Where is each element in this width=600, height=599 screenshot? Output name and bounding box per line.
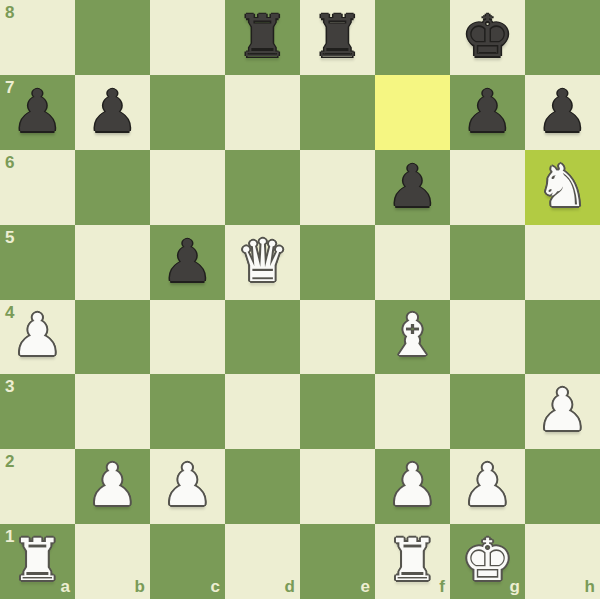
piece-black-pawn[interactable]: ♟ — [387, 157, 439, 218]
square-d7[interactable] — [225, 75, 300, 150]
piece-white-rook[interactable]: ♜ — [12, 531, 64, 592]
piece-white-pawn[interactable]: ♟ — [87, 456, 139, 517]
square-e6[interactable] — [300, 150, 375, 225]
coord-file-e: e — [361, 578, 370, 595]
square-h7[interactable]: ♟ — [525, 75, 600, 150]
square-h8[interactable] — [525, 0, 600, 75]
square-a5[interactable]: 5 — [0, 225, 75, 300]
square-b1[interactable]: b — [75, 524, 150, 599]
square-g3[interactable] — [450, 374, 525, 449]
piece-black-pawn[interactable]: ♟ — [12, 82, 64, 143]
piece-white-king[interactable]: ♚ — [462, 531, 514, 592]
square-g4[interactable] — [450, 300, 525, 375]
square-f8[interactable] — [375, 0, 450, 75]
square-h4[interactable] — [525, 300, 600, 375]
square-h3[interactable]: ♟ — [525, 374, 600, 449]
piece-white-knight[interactable]: ♞ — [537, 157, 589, 218]
piece-black-pawn[interactable]: ♟ — [537, 82, 589, 143]
square-c3[interactable] — [150, 374, 225, 449]
square-c1[interactable]: c — [150, 524, 225, 599]
square-f2[interactable]: ♟ — [375, 449, 450, 524]
square-e3[interactable] — [300, 374, 375, 449]
square-c6[interactable] — [150, 150, 225, 225]
square-b3[interactable] — [75, 374, 150, 449]
square-a1[interactable]: 1a♜ — [0, 524, 75, 599]
square-e8[interactable]: ♜ — [300, 0, 375, 75]
square-a4[interactable]: 4♟ — [0, 300, 75, 375]
square-b6[interactable] — [75, 150, 150, 225]
square-c7[interactable] — [150, 75, 225, 150]
piece-white-pawn[interactable]: ♟ — [462, 456, 514, 517]
square-b5[interactable] — [75, 225, 150, 300]
square-c8[interactable] — [150, 0, 225, 75]
square-d5[interactable]: ♛ — [225, 225, 300, 300]
square-h2[interactable] — [525, 449, 600, 524]
square-c5[interactable]: ♟ — [150, 225, 225, 300]
piece-black-pawn[interactable]: ♟ — [462, 82, 514, 143]
coord-file-h: h — [585, 578, 595, 595]
square-h5[interactable] — [525, 225, 600, 300]
piece-black-pawn[interactable]: ♟ — [162, 232, 214, 293]
piece-white-bishop[interactable]: ♝ — [387, 306, 439, 367]
square-e5[interactable] — [300, 225, 375, 300]
square-f6[interactable]: ♟ — [375, 150, 450, 225]
piece-white-pawn[interactable]: ♟ — [162, 456, 214, 517]
square-a7[interactable]: 7♟ — [0, 75, 75, 150]
square-e4[interactable] — [300, 300, 375, 375]
square-e1[interactable]: e — [300, 524, 375, 599]
square-h1[interactable]: h — [525, 524, 600, 599]
chess-board: 8♜♜♚7♟♟♟♟6♟♞5♟♛4♟♝3♟2♟♟♟♟1a♜bcdef♜g♚h — [0, 0, 600, 599]
square-c4[interactable] — [150, 300, 225, 375]
square-g7[interactable]: ♟ — [450, 75, 525, 150]
coord-file-c: c — [211, 578, 220, 595]
coord-file-b: b — [135, 578, 145, 595]
square-c2[interactable]: ♟ — [150, 449, 225, 524]
square-b4[interactable] — [75, 300, 150, 375]
piece-black-king[interactable]: ♚ — [462, 7, 514, 68]
square-d3[interactable] — [225, 374, 300, 449]
square-b8[interactable] — [75, 0, 150, 75]
piece-white-rook[interactable]: ♜ — [387, 531, 439, 592]
coord-rank-2: 2 — [5, 453, 14, 470]
square-f3[interactable] — [375, 374, 450, 449]
square-e2[interactable] — [300, 449, 375, 524]
piece-black-pawn[interactable]: ♟ — [87, 82, 139, 143]
square-g1[interactable]: g♚ — [450, 524, 525, 599]
square-f1[interactable]: f♜ — [375, 524, 450, 599]
coord-rank-5: 5 — [5, 229, 14, 246]
piece-white-pawn[interactable]: ♟ — [387, 456, 439, 517]
square-d2[interactable] — [225, 449, 300, 524]
square-d6[interactable] — [225, 150, 300, 225]
square-f4[interactable]: ♝ — [375, 300, 450, 375]
square-f5[interactable] — [375, 225, 450, 300]
piece-white-pawn[interactable]: ♟ — [537, 381, 589, 442]
square-h6[interactable]: ♞ — [525, 150, 600, 225]
square-e7[interactable] — [300, 75, 375, 150]
square-g2[interactable]: ♟ — [450, 449, 525, 524]
square-g8[interactable]: ♚ — [450, 0, 525, 75]
square-b7[interactable]: ♟ — [75, 75, 150, 150]
square-d1[interactable]: d — [225, 524, 300, 599]
piece-white-pawn[interactable]: ♟ — [12, 306, 64, 367]
coord-file-f: f — [439, 578, 445, 595]
coord-file-d: d — [285, 578, 295, 595]
coord-rank-6: 6 — [5, 154, 14, 171]
piece-white-queen[interactable]: ♛ — [237, 232, 289, 293]
square-d4[interactable] — [225, 300, 300, 375]
square-a3[interactable]: 3 — [0, 374, 75, 449]
coord-rank-3: 3 — [5, 378, 14, 395]
square-b2[interactable]: ♟ — [75, 449, 150, 524]
piece-black-rook[interactable]: ♜ — [312, 7, 364, 68]
square-g5[interactable] — [450, 225, 525, 300]
piece-black-rook[interactable]: ♜ — [237, 7, 289, 68]
coord-rank-8: 8 — [5, 4, 14, 21]
square-a6[interactable]: 6 — [0, 150, 75, 225]
square-f7[interactable] — [375, 75, 450, 150]
square-d8[interactable]: ♜ — [225, 0, 300, 75]
square-a8[interactable]: 8 — [0, 0, 75, 75]
square-a2[interactable]: 2 — [0, 449, 75, 524]
square-g6[interactable] — [450, 150, 525, 225]
